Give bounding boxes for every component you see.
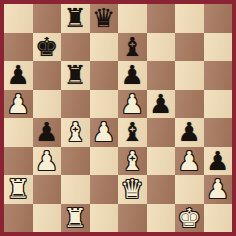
square-b4[interactable]: ♟: [33, 118, 62, 147]
square-f2[interactable]: [147, 175, 176, 204]
square-h5[interactable]: [204, 90, 233, 119]
piece-black-pawn[interactable]: ♟: [121, 61, 144, 89]
square-c8[interactable]: ♜: [61, 4, 90, 33]
square-f6[interactable]: [147, 61, 176, 90]
square-a2[interactable]: ♜: [4, 175, 33, 204]
square-e1[interactable]: [118, 204, 147, 233]
square-a4[interactable]: [4, 118, 33, 147]
square-f4[interactable]: [147, 118, 176, 147]
piece-black-rook[interactable]: ♜: [64, 61, 87, 89]
square-d4[interactable]: ♟: [90, 118, 119, 147]
square-d5[interactable]: [90, 90, 119, 119]
piece-white-pawn[interactable]: ♟: [7, 90, 30, 118]
square-d3[interactable]: [90, 147, 119, 176]
square-g1[interactable]: ♚: [175, 204, 204, 233]
square-g3[interactable]: ♟: [175, 147, 204, 176]
square-h7[interactable]: [204, 33, 233, 62]
square-g4[interactable]: ♟: [175, 118, 204, 147]
square-f8[interactable]: [147, 4, 176, 33]
square-g2[interactable]: [175, 175, 204, 204]
square-c6[interactable]: ♜: [61, 61, 90, 90]
square-h4[interactable]: [204, 118, 233, 147]
square-f1[interactable]: [147, 204, 176, 233]
piece-white-rook[interactable]: ♜: [64, 204, 87, 232]
piece-white-pawn[interactable]: ♟: [206, 175, 229, 203]
square-f5[interactable]: ♟: [147, 90, 176, 119]
square-d6[interactable]: [90, 61, 119, 90]
square-e6[interactable]: ♟: [118, 61, 147, 90]
square-e7[interactable]: ♝: [118, 33, 147, 62]
piece-white-pawn[interactable]: ♟: [35, 147, 58, 175]
chess-board: ♜♛♚♝♟♜♟♟♟♟♟♝♟♝♟♟♝♟♟♜♛♟♜♚: [4, 4, 232, 232]
piece-white-pawn[interactable]: ♟: [121, 90, 144, 118]
piece-black-rook[interactable]: ♜: [64, 4, 87, 32]
square-c4[interactable]: ♝: [61, 118, 90, 147]
piece-black-pawn[interactable]: ♟: [149, 90, 172, 118]
piece-black-queen[interactable]: ♛: [92, 4, 115, 32]
square-c5[interactable]: [61, 90, 90, 119]
square-e3[interactable]: ♝: [118, 147, 147, 176]
square-b8[interactable]: [33, 4, 62, 33]
square-e2[interactable]: ♛: [118, 175, 147, 204]
square-d2[interactable]: [90, 175, 119, 204]
square-b3[interactable]: ♟: [33, 147, 62, 176]
piece-black-pawn[interactable]: ♟: [178, 118, 201, 146]
square-b1[interactable]: [33, 204, 62, 233]
square-g5[interactable]: [175, 90, 204, 119]
square-f7[interactable]: [147, 33, 176, 62]
square-a5[interactable]: ♟: [4, 90, 33, 119]
square-c1[interactable]: ♜: [61, 204, 90, 233]
square-h3[interactable]: ♟: [204, 147, 233, 176]
square-h2[interactable]: ♟: [204, 175, 233, 204]
square-b7[interactable]: ♚: [33, 33, 62, 62]
square-d7[interactable]: [90, 33, 119, 62]
square-b5[interactable]: [33, 90, 62, 119]
square-d1[interactable]: [90, 204, 119, 233]
square-a7[interactable]: [4, 33, 33, 62]
piece-black-pawn[interactable]: ♟: [7, 61, 30, 89]
square-d8[interactable]: ♛: [90, 4, 119, 33]
square-f3[interactable]: [147, 147, 176, 176]
square-g7[interactable]: [175, 33, 204, 62]
square-b6[interactable]: [33, 61, 62, 90]
piece-white-rook[interactable]: ♜: [7, 175, 30, 203]
piece-black-king[interactable]: ♚: [35, 33, 58, 61]
square-g6[interactable]: [175, 61, 204, 90]
square-e5[interactable]: ♟: [118, 90, 147, 119]
screenshot-root: ♜♛♚♝♟♜♟♟♟♟♟♝♟♝♟♟♝♟♟♜♛♟♜♚: [0, 0, 236, 236]
square-h6[interactable]: [204, 61, 233, 90]
piece-black-bishop[interactable]: ♝: [121, 118, 144, 146]
square-e8[interactable]: [118, 4, 147, 33]
piece-white-king[interactable]: ♚: [178, 204, 201, 232]
square-e4[interactable]: ♝: [118, 118, 147, 147]
square-a1[interactable]: [4, 204, 33, 233]
square-a8[interactable]: [4, 4, 33, 33]
square-b2[interactable]: [33, 175, 62, 204]
square-a3[interactable]: [4, 147, 33, 176]
square-h8[interactable]: [204, 4, 233, 33]
square-c3[interactable]: [61, 147, 90, 176]
piece-white-bishop[interactable]: ♝: [64, 118, 87, 146]
square-h1[interactable]: [204, 204, 233, 233]
piece-white-queen[interactable]: ♛: [121, 175, 144, 203]
piece-white-bishop[interactable]: ♝: [121, 147, 144, 175]
square-c7[interactable]: [61, 33, 90, 62]
square-c2[interactable]: [61, 175, 90, 204]
piece-black-bishop[interactable]: ♝: [121, 33, 144, 61]
piece-white-pawn[interactable]: ♟: [178, 147, 201, 175]
square-g8[interactable]: [175, 4, 204, 33]
square-a6[interactable]: ♟: [4, 61, 33, 90]
piece-black-pawn[interactable]: ♟: [206, 147, 229, 175]
piece-black-pawn[interactable]: ♟: [35, 118, 58, 146]
piece-white-pawn[interactable]: ♟: [92, 118, 115, 146]
chess-board-frame: ♜♛♚♝♟♜♟♟♟♟♟♝♟♝♟♟♝♟♟♜♛♟♜♚: [0, 0, 236, 236]
